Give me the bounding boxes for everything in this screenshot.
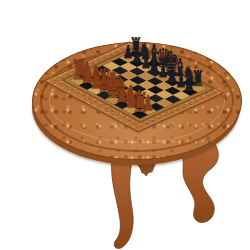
chess-table-photo: ♜♞♝♛♚♝♞♜♟♟♟♟♟♟♟♟♟♟♟♟♟♟♟♟♜♞♝♛♚♝♞♜ (0, 0, 250, 250)
